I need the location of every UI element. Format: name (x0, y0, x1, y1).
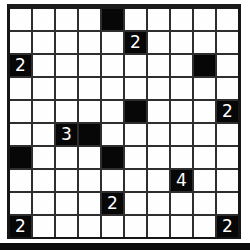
puzzle-board: 22234222 (7, 4, 241, 239)
cell-r1c1-white[interactable] (33, 32, 54, 53)
cell-r1c9-white[interactable] (217, 32, 238, 53)
cell-r3c0-white[interactable] (10, 78, 31, 99)
cell-r6c9-white[interactable] (217, 147, 238, 168)
cell-r8c6-white[interactable] (148, 193, 169, 214)
cell-r4c5-black[interactable] (125, 101, 146, 122)
cell-r7c8-white[interactable] (194, 170, 215, 191)
cell-r0c7-white[interactable] (171, 9, 192, 30)
cell-r4c3-white[interactable] (79, 101, 100, 122)
cell-r7c5-white[interactable] (125, 170, 146, 191)
cell-r1c3-white[interactable] (79, 32, 100, 53)
cell-r2c8-black[interactable] (194, 55, 215, 76)
cell-r0c9-white[interactable] (217, 9, 238, 30)
cell-r6c2-white[interactable] (56, 147, 77, 168)
cell-r6c1-white[interactable] (33, 147, 54, 168)
cell-r1c7-white[interactable] (171, 32, 192, 53)
cell-r7c4-white[interactable] (102, 170, 123, 191)
cell-r5c5-white[interactable] (125, 124, 146, 145)
cell-r4c7-white[interactable] (171, 101, 192, 122)
cell-r3c2-white[interactable] (56, 78, 77, 99)
cell-r5c0-white[interactable] (10, 124, 31, 145)
cell-r8c2-white[interactable] (56, 193, 77, 214)
cell-r9c5-white[interactable] (125, 216, 146, 237)
cell-r6c8-white[interactable] (194, 147, 215, 168)
puzzle-screenshot: 22234222 (0, 0, 250, 250)
cell-r1c8-white[interactable] (194, 32, 215, 53)
cell-r1c5-black[interactable]: 2 (125, 32, 146, 53)
cell-r4c1-white[interactable] (33, 101, 54, 122)
cell-r9c4-white[interactable] (102, 216, 123, 237)
cell-r1c6-white[interactable] (148, 32, 169, 53)
cell-r6c7-white[interactable] (171, 147, 192, 168)
cell-r5c2-black[interactable]: 3 (56, 124, 77, 145)
cell-r9c7-white[interactable] (171, 216, 192, 237)
cell-r3c8-white[interactable] (194, 78, 215, 99)
cell-r2c6-white[interactable] (148, 55, 169, 76)
cell-r4c6-white[interactable] (148, 101, 169, 122)
cell-r4c9-black[interactable]: 2 (217, 101, 238, 122)
cell-r7c0-white[interactable] (10, 170, 31, 191)
cell-r8c8-white[interactable] (194, 193, 215, 214)
cell-r2c2-white[interactable] (56, 55, 77, 76)
cell-r6c3-white[interactable] (79, 147, 100, 168)
cell-r8c4-black[interactable]: 2 (102, 193, 123, 214)
cell-r5c6-white[interactable] (148, 124, 169, 145)
cell-r0c1-white[interactable] (33, 9, 54, 30)
cell-r1c4-white[interactable] (102, 32, 123, 53)
cell-r6c0-black[interactable] (10, 147, 31, 168)
cell-r1c0-white[interactable] (10, 32, 31, 53)
cell-r2c7-white[interactable] (171, 55, 192, 76)
cell-r0c2-white[interactable] (56, 9, 77, 30)
cell-r3c6-white[interactable] (148, 78, 169, 99)
cell-r0c4-black[interactable] (102, 9, 123, 30)
cell-r7c7-black[interactable]: 4 (171, 170, 192, 191)
cell-r9c2-white[interactable] (56, 216, 77, 237)
cell-r0c0-white[interactable] (10, 9, 31, 30)
cell-r1c2-white[interactable] (56, 32, 77, 53)
cell-r7c2-white[interactable] (56, 170, 77, 191)
cell-r7c9-white[interactable] (217, 170, 238, 191)
cell-r4c2-white[interactable] (56, 101, 77, 122)
cell-r6c6-white[interactable] (148, 147, 169, 168)
cell-r9c0-black[interactable]: 2 (10, 216, 31, 237)
cell-r6c5-white[interactable] (125, 147, 146, 168)
cell-r9c1-white[interactable] (33, 216, 54, 237)
cell-r7c6-white[interactable] (148, 170, 169, 191)
cell-r6c4-black[interactable] (102, 147, 123, 168)
cell-r4c0-white[interactable] (10, 101, 31, 122)
cell-r0c6-white[interactable] (148, 9, 169, 30)
cell-r7c1-white[interactable] (33, 170, 54, 191)
cell-r4c8-white[interactable] (194, 101, 215, 122)
cell-r5c7-white[interactable] (171, 124, 192, 145)
cell-r8c3-white[interactable] (79, 193, 100, 214)
cell-r5c8-white[interactable] (194, 124, 215, 145)
cell-r7c3-white[interactable] (79, 170, 100, 191)
screenshot-bottom-border (0, 243, 250, 250)
cell-r2c1-white[interactable] (33, 55, 54, 76)
cell-r2c5-white[interactable] (125, 55, 146, 76)
cell-r0c3-white[interactable] (79, 9, 100, 30)
cell-r9c9-black[interactable]: 2 (217, 216, 238, 237)
cell-r8c9-white[interactable] (217, 193, 238, 214)
cell-r0c5-white[interactable] (125, 9, 146, 30)
cell-r9c6-white[interactable] (148, 216, 169, 237)
cell-r5c4-white[interactable] (102, 124, 123, 145)
cell-r3c5-white[interactable] (125, 78, 146, 99)
cell-r8c1-white[interactable] (33, 193, 54, 214)
cell-r3c1-white[interactable] (33, 78, 54, 99)
cell-r4c4-white[interactable] (102, 101, 123, 122)
cell-r2c0-black[interactable]: 2 (10, 55, 31, 76)
cell-r2c4-white[interactable] (102, 55, 123, 76)
cell-r5c1-white[interactable] (33, 124, 54, 145)
cell-r0c8-white[interactable] (194, 9, 215, 30)
cell-r3c4-white[interactable] (102, 78, 123, 99)
cell-r5c3-black[interactable] (79, 124, 100, 145)
cell-r9c8-white[interactable] (194, 216, 215, 237)
cell-r9c3-white[interactable] (79, 216, 100, 237)
cell-r3c9-white[interactable] (217, 78, 238, 99)
cell-r8c0-white[interactable] (10, 193, 31, 214)
cell-r8c7-white[interactable] (171, 193, 192, 214)
cell-r2c9-white[interactable] (217, 55, 238, 76)
cell-r2c3-white[interactable] (79, 55, 100, 76)
cell-r5c9-white[interactable] (217, 124, 238, 145)
cell-r3c7-white[interactable] (171, 78, 192, 99)
cell-r8c5-white[interactable] (125, 193, 146, 214)
cell-r3c3-white[interactable] (79, 78, 100, 99)
